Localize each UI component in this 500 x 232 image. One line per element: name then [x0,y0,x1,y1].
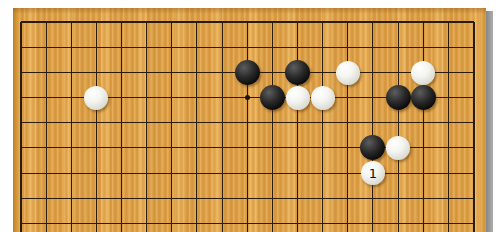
board-cell-c8[interactable] [59,186,84,211]
board-cell-d2[interactable] [84,35,109,60]
board-cell-s6[interactable] [461,135,486,160]
board-cell-l1[interactable] [285,10,310,35]
board-cell-a2[interactable] [13,35,34,60]
board-cell-i1[interactable] [210,10,235,35]
board-cell-o2[interactable] [360,35,385,60]
white-stone [84,86,108,110]
go-board: 1 [13,8,493,232]
board-cell-p7[interactable] [386,161,411,186]
board-cell-r3[interactable] [436,60,461,85]
board-cell-q1[interactable] [411,10,436,35]
board-cell-a6[interactable] [13,135,34,160]
board-cell-b3[interactable] [34,60,59,85]
board-cell-d3[interactable] [84,60,109,85]
board-grid: 1 [13,10,486,232]
board-cell-r4[interactable] [436,85,461,110]
board-cell-m8[interactable] [310,186,335,211]
board-cell-g8[interactable] [159,186,184,211]
board-cell-k8[interactable] [260,186,285,211]
board-cell-d4[interactable] [84,85,109,110]
board-cell-c4[interactable] [59,85,84,110]
board-cell-r7[interactable] [436,161,461,186]
board-cell-b9[interactable] [34,211,59,232]
board-cell-l9[interactable] [285,211,310,232]
board-cell-b2[interactable] [34,35,59,60]
board-cell-m6[interactable] [310,135,335,160]
board-cell-k9[interactable] [260,211,285,232]
board-cell-h6[interactable] [184,135,209,160]
board-cell-k1[interactable] [260,10,285,35]
white-stone [286,86,310,110]
board-cell-e5[interactable] [109,110,134,135]
board-cell-r8[interactable] [436,186,461,211]
black-stone [386,85,411,110]
board-cell-g4[interactable] [159,85,184,110]
white-stone [411,61,435,85]
board-cell-q4[interactable] [411,85,436,110]
board-cell-e6[interactable] [109,135,134,160]
board-cell-k5[interactable] [260,110,285,135]
board-cell-i7[interactable] [210,161,235,186]
black-stone [360,135,385,160]
board-cell-r9[interactable] [436,211,461,232]
board-cell-c1[interactable] [59,10,84,35]
board-cell-q8[interactable] [411,186,436,211]
board-cell-c5[interactable] [59,110,84,135]
board-cell-n6[interactable] [335,135,360,160]
board-cell-s9[interactable] [461,211,486,232]
board-cell-e8[interactable] [109,186,134,211]
board-cell-c7[interactable] [59,161,84,186]
board-cell-d1[interactable] [84,10,109,35]
board-cell-n4[interactable] [335,85,360,110]
board-cell-k7[interactable] [260,161,285,186]
white-stone-move-1: 1 [361,161,385,185]
go-diagram: 1 [0,0,500,232]
board-cell-n2[interactable] [335,35,360,60]
board-cell-l6[interactable] [285,135,310,160]
board-cell-b8[interactable] [34,186,59,211]
board-cell-s1[interactable] [461,10,486,35]
board-cell-s3[interactable] [461,60,486,85]
board-cell-b7[interactable] [34,161,59,186]
board-cell-e2[interactable] [109,35,134,60]
board-cell-m7[interactable] [310,161,335,186]
board-cell-o5[interactable] [360,110,385,135]
board-cell-h9[interactable] [184,211,209,232]
board-cell-f1[interactable] [134,10,159,35]
board-cell-b6[interactable] [34,135,59,160]
board-cell-j1[interactable] [235,10,260,35]
board-cell-k3[interactable] [260,60,285,85]
board-cell-d7[interactable] [84,161,109,186]
board-cell-f5[interactable] [134,110,159,135]
board-cell-j3[interactable] [235,60,260,85]
board-cell-s7[interactable] [461,161,486,186]
board-cell-g9[interactable] [159,211,184,232]
board-cell-r5[interactable] [436,110,461,135]
board-cell-g6[interactable] [159,135,184,160]
board-cell-m4[interactable] [310,85,335,110]
board-cell-q9[interactable] [411,211,436,232]
board-shadow [486,11,493,232]
board-cell-l2[interactable] [285,35,310,60]
board-cell-g3[interactable] [159,60,184,85]
board-cell-m5[interactable] [310,110,335,135]
board-cell-p6[interactable] [386,135,411,160]
board-cell-a4[interactable] [13,85,34,110]
board-cell-g7[interactable] [159,161,184,186]
board-cell-b1[interactable] [34,10,59,35]
board-cell-f8[interactable] [134,186,159,211]
board-cell-j9[interactable] [235,211,260,232]
board-cell-l8[interactable] [285,186,310,211]
board-cell-j8[interactable] [235,186,260,211]
board-cell-o1[interactable] [360,10,385,35]
white-stone [336,61,360,85]
board-cell-h1[interactable] [184,10,209,35]
board-cell-j2[interactable] [235,35,260,60]
board-cell-m3[interactable] [310,60,335,85]
board-cell-a8[interactable] [13,186,34,211]
board-cell-l3[interactable] [285,60,310,85]
board-cell-e4[interactable] [109,85,134,110]
board-cell-l7[interactable] [285,161,310,186]
board-cell-p9[interactable] [386,211,411,232]
board-cell-r6[interactable] [436,135,461,160]
board-cell-f4[interactable] [134,85,159,110]
board-cell-j5[interactable] [235,110,260,135]
board-cell-n1[interactable] [335,10,360,35]
board-cell-n8[interactable] [335,186,360,211]
board-cell-c3[interactable] [59,60,84,85]
board-cell-g2[interactable] [159,35,184,60]
board-cell-q5[interactable] [411,110,436,135]
board-cell-f9[interactable] [134,211,159,232]
board-cell-j7[interactable] [235,161,260,186]
board-cell-e7[interactable] [109,161,134,186]
board-cell-s2[interactable] [461,35,486,60]
board-cell-r1[interactable] [436,10,461,35]
board-cell-l4[interactable] [285,85,310,110]
board-cell-i4[interactable] [210,85,235,110]
black-stone [260,85,285,110]
board-cell-a1[interactable] [13,10,34,35]
board-cell-e9[interactable] [109,211,134,232]
board-cell-o9[interactable] [360,211,385,232]
board-cell-p1[interactable] [386,10,411,35]
board-cell-h3[interactable] [184,60,209,85]
board-cell-h4[interactable] [184,85,209,110]
white-stone [386,136,410,160]
board-cell-f7[interactable] [134,161,159,186]
board-cell-e3[interactable] [109,60,134,85]
board-cell-i6[interactable] [210,135,235,160]
board-cell-q2[interactable] [411,35,436,60]
board-cell-o6[interactable] [360,135,385,160]
board-cell-e1[interactable] [109,10,134,35]
board-cell-h2[interactable] [184,35,209,60]
board-cell-o8[interactable] [360,186,385,211]
white-stone [311,86,335,110]
board-cell-o3[interactable] [360,60,385,85]
board-cell-m9[interactable] [310,211,335,232]
board-cell-b4[interactable] [34,85,59,110]
board-cell-n5[interactable] [335,110,360,135]
board-cell-h5[interactable] [184,110,209,135]
board-cell-i3[interactable] [210,60,235,85]
black-stone [235,60,260,85]
board-cell-k6[interactable] [260,135,285,160]
board-cell-m1[interactable] [310,10,335,35]
board-cell-l5[interactable] [285,110,310,135]
board-cell-q3[interactable] [411,60,436,85]
board-cell-g1[interactable] [159,10,184,35]
board-cell-f3[interactable] [134,60,159,85]
star-point [245,95,250,100]
black-stone [285,60,310,85]
board-cell-k2[interactable] [260,35,285,60]
board-cell-j6[interactable] [235,135,260,160]
board-cell-k4[interactable] [260,85,285,110]
board-cell-c6[interactable] [59,135,84,160]
board-cell-c2[interactable] [59,35,84,60]
board-cell-f6[interactable] [134,135,159,160]
board-cell-i5[interactable] [210,110,235,135]
board-cell-a9[interactable] [13,211,34,232]
board-cell-h7[interactable] [184,161,209,186]
board-wood: 1 [13,8,486,232]
board-cell-i2[interactable] [210,35,235,60]
board-cell-g5[interactable] [159,110,184,135]
board-cell-c9[interactable] [59,211,84,232]
board-cell-i8[interactable] [210,186,235,211]
board-cell-o4[interactable] [360,85,385,110]
move-number-label: 1 [369,167,377,180]
board-cell-s5[interactable] [461,110,486,135]
board-cell-r2[interactable] [436,35,461,60]
board-cell-d9[interactable] [84,211,109,232]
board-cell-o7[interactable]: 1 [360,161,385,186]
board-cell-p5[interactable] [386,110,411,135]
board-cell-n3[interactable] [335,60,360,85]
board-cell-d5[interactable] [84,110,109,135]
board-cell-a3[interactable] [13,60,34,85]
board-cell-q6[interactable] [411,135,436,160]
board-cell-a5[interactable] [13,110,34,135]
board-cell-p2[interactable] [386,35,411,60]
board-cell-i9[interactable] [210,211,235,232]
board-cell-a7[interactable] [13,161,34,186]
board-cell-n7[interactable] [335,161,360,186]
board-cell-j4[interactable] [235,85,260,110]
board-cell-p8[interactable] [386,186,411,211]
board-cell-h8[interactable] [184,186,209,211]
board-cell-f2[interactable] [134,35,159,60]
board-cell-p4[interactable] [386,85,411,110]
board-cell-s4[interactable] [461,85,486,110]
black-stone [411,85,436,110]
board-cell-d8[interactable] [84,186,109,211]
board-cell-m2[interactable] [310,35,335,60]
board-cell-n9[interactable] [335,211,360,232]
board-cell-p3[interactable] [386,60,411,85]
board-cell-b5[interactable] [34,110,59,135]
board-cell-s8[interactable] [461,186,486,211]
board-cell-q7[interactable] [411,161,436,186]
board-cell-d6[interactable] [84,135,109,160]
